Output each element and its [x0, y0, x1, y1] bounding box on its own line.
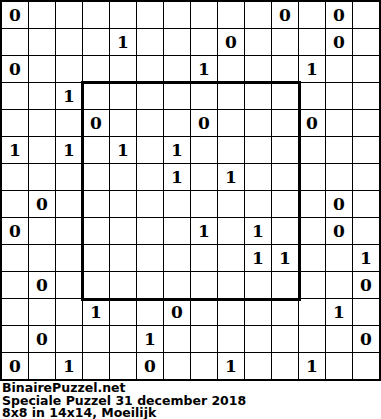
- cell-r13c8: 1: [218, 353, 244, 379]
- cell-r1c6[interactable]: [164, 29, 190, 55]
- cell-r13c6[interactable]: [164, 353, 190, 379]
- cell-r5c7[interactable]: [191, 137, 217, 163]
- cell-r7c7[interactable]: [191, 191, 217, 217]
- cell-r0c7[interactable]: [191, 2, 217, 28]
- cell-r10c0[interactable]: [2, 272, 28, 298]
- cell-r6c0[interactable]: [2, 164, 28, 190]
- cell-r10c3[interactable]: [83, 272, 109, 298]
- cell-r1c8: 0: [218, 29, 244, 55]
- cell-r5c11[interactable]: [299, 137, 325, 163]
- cell-r12c13: 0: [353, 326, 379, 352]
- cell-r5c10[interactable]: [272, 137, 298, 163]
- cell-r9c4[interactable]: [110, 245, 136, 271]
- cell-r10c2[interactable]: [56, 272, 82, 298]
- cell-r11c5[interactable]: [137, 299, 163, 325]
- cell-r6c4[interactable]: [110, 164, 136, 190]
- cell-r1c13[interactable]: [353, 29, 379, 55]
- cell-r5c8[interactable]: [218, 137, 244, 163]
- cell-r11c13[interactable]: [353, 299, 379, 325]
- cell-r3c10[interactable]: [272, 83, 298, 109]
- puzzle-subtitle: 8x8 in 14x14, Moeilijk: [2, 407, 381, 419]
- cell-r0c13[interactable]: [353, 2, 379, 28]
- cell-r10c7[interactable]: [191, 272, 217, 298]
- cell-r5c0: 1: [2, 137, 28, 163]
- cell-r3c0[interactable]: [2, 83, 28, 109]
- cell-r13c2: 1: [56, 353, 82, 379]
- cell-r2c7: 1: [191, 56, 217, 82]
- cell-r11c8[interactable]: [218, 299, 244, 325]
- cell-r13c7[interactable]: [191, 353, 217, 379]
- cell-r1c7[interactable]: [191, 29, 217, 55]
- cell-r4c11: 0: [299, 110, 325, 136]
- cell-r8c5[interactable]: [137, 218, 163, 244]
- cell-r0c8[interactable]: [218, 2, 244, 28]
- cell-r9c3[interactable]: [83, 245, 109, 271]
- cell-r3c7[interactable]: [191, 83, 217, 109]
- cell-r12c11[interactable]: [299, 326, 325, 352]
- cell-r0c11[interactable]: [299, 2, 325, 28]
- cell-r12c7[interactable]: [191, 326, 217, 352]
- cell-r4c12[interactable]: [326, 110, 352, 136]
- cell-r9c7[interactable]: [191, 245, 217, 271]
- cell-r2c9[interactable]: [245, 56, 271, 82]
- cell-r10c10[interactable]: [272, 272, 298, 298]
- cell-r2c2[interactable]: [56, 56, 82, 82]
- cell-r10c13: 0: [353, 272, 379, 298]
- cell-r10c8[interactable]: [218, 272, 244, 298]
- cell-r2c11: 1: [299, 56, 325, 82]
- cell-r3c6[interactable]: [164, 83, 190, 109]
- cell-r6c1[interactable]: [29, 164, 55, 190]
- cell-r13c13[interactable]: [353, 353, 379, 379]
- cell-r1c0[interactable]: [2, 29, 28, 55]
- cell-r5c9[interactable]: [245, 137, 271, 163]
- cell-r9c8[interactable]: [218, 245, 244, 271]
- cell-r9c1[interactable]: [29, 245, 55, 271]
- cell-r0c12: 0: [326, 2, 352, 28]
- cell-r11c4[interactable]: [110, 299, 136, 325]
- cell-r7c12: 0: [326, 191, 352, 217]
- cell-r0c9[interactable]: [245, 2, 271, 28]
- cell-r8c4[interactable]: [110, 218, 136, 244]
- cell-r13c1[interactable]: [29, 353, 55, 379]
- cell-r11c10[interactable]: [272, 299, 298, 325]
- cell-r3c4[interactable]: [110, 83, 136, 109]
- cell-r0c1[interactable]: [29, 2, 55, 28]
- cell-r2c6[interactable]: [164, 56, 190, 82]
- cell-r3c5[interactable]: [137, 83, 163, 109]
- cell-r0c0: 0: [2, 2, 28, 28]
- cell-r2c1[interactable]: [29, 56, 55, 82]
- cell-r12c4[interactable]: [110, 326, 136, 352]
- cell-r9c5[interactable]: [137, 245, 163, 271]
- cell-r10c1: 0: [29, 272, 55, 298]
- cell-r11c2[interactable]: [56, 299, 82, 325]
- cell-r4c8[interactable]: [218, 110, 244, 136]
- cell-r9c9: 1: [245, 245, 271, 271]
- cell-r6c5[interactable]: [137, 164, 163, 190]
- cell-r6c8: 1: [218, 164, 244, 190]
- cell-r4c1[interactable]: [29, 110, 55, 136]
- cell-r6c10[interactable]: [272, 164, 298, 190]
- cell-r6c11[interactable]: [299, 164, 325, 190]
- cell-r5c4: 1: [110, 137, 136, 163]
- cell-r1c2[interactable]: [56, 29, 82, 55]
- cell-r4c0[interactable]: [2, 110, 28, 136]
- cell-r13c12[interactable]: [326, 353, 352, 379]
- cell-r8c10[interactable]: [272, 218, 298, 244]
- cell-r2c4[interactable]: [110, 56, 136, 82]
- cell-r11c11[interactable]: [299, 299, 325, 325]
- cell-r6c13[interactable]: [353, 164, 379, 190]
- cell-r1c4: 1: [110, 29, 136, 55]
- cell-r1c10[interactable]: [272, 29, 298, 55]
- cell-r13c3[interactable]: [83, 353, 109, 379]
- cell-r5c5[interactable]: [137, 137, 163, 163]
- cell-r2c5[interactable]: [137, 56, 163, 82]
- cell-r7c13[interactable]: [353, 191, 379, 217]
- cell-r12c12[interactable]: [326, 326, 352, 352]
- cell-r10c4[interactable]: [110, 272, 136, 298]
- cell-r10c11[interactable]: [299, 272, 325, 298]
- cell-r8c2[interactable]: [56, 218, 82, 244]
- cell-r8c12: 0: [326, 218, 352, 244]
- cell-r7c4[interactable]: [110, 191, 136, 217]
- cell-r7c8[interactable]: [218, 191, 244, 217]
- cell-r7c5[interactable]: [137, 191, 163, 217]
- cell-r12c6[interactable]: [164, 326, 190, 352]
- cell-r9c0[interactable]: [2, 245, 28, 271]
- cell-r11c7[interactable]: [191, 299, 217, 325]
- cell-r6c12[interactable]: [326, 164, 352, 190]
- cell-r8c1[interactable]: [29, 218, 55, 244]
- cell-r7c6[interactable]: [164, 191, 190, 217]
- cell-r2c0: 0: [2, 56, 28, 82]
- cell-r8c8[interactable]: [218, 218, 244, 244]
- cell-r10c9[interactable]: [245, 272, 271, 298]
- cell-r13c0: 0: [2, 353, 28, 379]
- cell-r3c3[interactable]: [83, 83, 109, 109]
- cell-r0c6[interactable]: [164, 2, 190, 28]
- cell-r7c0[interactable]: [2, 191, 28, 217]
- cell-r5c1[interactable]: [29, 137, 55, 163]
- cell-r0c5[interactable]: [137, 2, 163, 28]
- cell-r4c2[interactable]: [56, 110, 82, 136]
- cell-r4c3: 0: [83, 110, 109, 136]
- cell-r8c13[interactable]: [353, 218, 379, 244]
- cell-r7c10[interactable]: [272, 191, 298, 217]
- cell-r1c9[interactable]: [245, 29, 271, 55]
- cell-r2c12[interactable]: [326, 56, 352, 82]
- cell-r0c10: 0: [272, 2, 298, 28]
- cell-r0c3[interactable]: [83, 2, 109, 28]
- cell-r1c5[interactable]: [137, 29, 163, 55]
- cell-r11c1[interactable]: [29, 299, 55, 325]
- cell-r2c13[interactable]: [353, 56, 379, 82]
- cell-r1c1[interactable]: [29, 29, 55, 55]
- cell-r5c6: 1: [164, 137, 190, 163]
- cell-r2c10[interactable]: [272, 56, 298, 82]
- cell-r4c9[interactable]: [245, 110, 271, 136]
- cell-r2c8[interactable]: [218, 56, 244, 82]
- cell-r7c1: 0: [29, 191, 55, 217]
- puzzle-board: 0001000111000111111000110111001010100101…: [0, 0, 381, 381]
- cell-r6c6: 1: [164, 164, 190, 190]
- cell-r7c3[interactable]: [83, 191, 109, 217]
- cell-r3c12[interactable]: [326, 83, 352, 109]
- cell-r4c10[interactable]: [272, 110, 298, 136]
- cell-r11c9[interactable]: [245, 299, 271, 325]
- cell-r8c0: 0: [2, 218, 28, 244]
- cell-r2c3[interactable]: [83, 56, 109, 82]
- cell-r5c2: 1: [56, 137, 82, 163]
- cell-r9c10: 1: [272, 245, 298, 271]
- cell-r1c3[interactable]: [83, 29, 109, 55]
- cell-r3c11[interactable]: [299, 83, 325, 109]
- cell-r13c5: 0: [137, 353, 163, 379]
- cell-r6c2[interactable]: [56, 164, 82, 190]
- cell-r13c10[interactable]: [272, 353, 298, 379]
- cell-r12c10[interactable]: [272, 326, 298, 352]
- cell-r5c3[interactable]: [83, 137, 109, 163]
- cell-r11c6: 0: [164, 299, 190, 325]
- cell-r11c12: 1: [326, 299, 352, 325]
- cell-r1c12: 0: [326, 29, 352, 55]
- cell-r1c11[interactable]: [299, 29, 325, 55]
- cell-r0c2[interactable]: [56, 2, 82, 28]
- cell-r3c8[interactable]: [218, 83, 244, 109]
- cell-r6c7[interactable]: [191, 164, 217, 190]
- cell-r7c2[interactable]: [56, 191, 82, 217]
- cell-r4c13[interactable]: [353, 110, 379, 136]
- cell-r10c12[interactable]: [326, 272, 352, 298]
- cell-r13c9[interactable]: [245, 353, 271, 379]
- cell-r10c5[interactable]: [137, 272, 163, 298]
- cell-r12c2[interactable]: [56, 326, 82, 352]
- cell-r4c6[interactable]: [164, 110, 190, 136]
- cell-r0c4[interactable]: [110, 2, 136, 28]
- cell-r3c2: 1: [56, 83, 82, 109]
- cell-r6c9[interactable]: [245, 164, 271, 190]
- puzzle-page: 0001000111000111111000110111001010100101…: [0, 0, 381, 419]
- cell-r5c13[interactable]: [353, 137, 379, 163]
- cell-r5c12[interactable]: [326, 137, 352, 163]
- cell-r4c5[interactable]: [137, 110, 163, 136]
- cell-r7c9[interactable]: [245, 191, 271, 217]
- cell-r4c4[interactable]: [110, 110, 136, 136]
- cell-r6c3[interactable]: [83, 164, 109, 190]
- cell-r8c11[interactable]: [299, 218, 325, 244]
- cell-r9c2[interactable]: [56, 245, 82, 271]
- cell-r12c3[interactable]: [83, 326, 109, 352]
- cell-r4c7: 0: [191, 110, 217, 136]
- cell-r8c3[interactable]: [83, 218, 109, 244]
- cell-r11c0[interactable]: [2, 299, 28, 325]
- cell-r12c9[interactable]: [245, 326, 271, 352]
- cell-r9c6[interactable]: [164, 245, 190, 271]
- cell-r8c6[interactable]: [164, 218, 190, 244]
- cell-r9c12[interactable]: [326, 245, 352, 271]
- cell-r7c11[interactable]: [299, 191, 325, 217]
- cell-r8c7: 1: [191, 218, 217, 244]
- cell-r13c4[interactable]: [110, 353, 136, 379]
- cell-r3c1[interactable]: [29, 83, 55, 109]
- cell-r3c13[interactable]: [353, 83, 379, 109]
- cell-r13c11: 1: [299, 353, 325, 379]
- caption: BinairePuzzel.net Speciale Puzzel 31 dec…: [2, 382, 381, 419]
- cell-r12c5: 1: [137, 326, 163, 352]
- cell-r10c6[interactable]: [164, 272, 190, 298]
- cell-r9c13: 1: [353, 245, 379, 271]
- cell-r12c1: 0: [29, 326, 55, 352]
- cell-r9c11[interactable]: [299, 245, 325, 271]
- cell-r12c0[interactable]: [2, 326, 28, 352]
- cell-r12c8[interactable]: [218, 326, 244, 352]
- cell-r3c9[interactable]: [245, 83, 271, 109]
- cell-r8c9: 1: [245, 218, 271, 244]
- cell-r11c3: 1: [83, 299, 109, 325]
